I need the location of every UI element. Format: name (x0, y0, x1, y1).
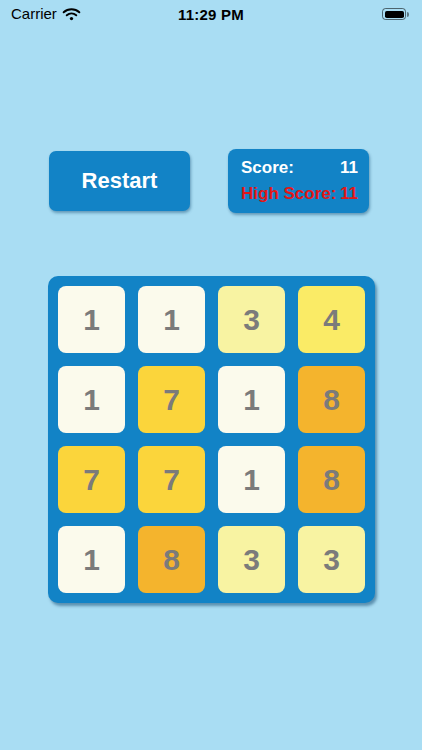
game-board[interactable]: 1134171877181833 (48, 276, 375, 603)
score-label: Score: (241, 158, 294, 178)
tile-1: 1 (58, 526, 125, 593)
tile-8: 8 (138, 526, 205, 593)
status-bar: Carrier 11:29 PM (0, 0, 422, 30)
tile-1: 1 (58, 286, 125, 353)
battery-fill (385, 11, 404, 18)
tile-7: 7 (138, 366, 205, 433)
tile-3: 3 (218, 526, 285, 593)
score-row: Score: 11 (241, 158, 358, 178)
tile-7: 7 (138, 446, 205, 513)
high-score-label: High Score: (241, 184, 336, 204)
status-time: 11:29 PM (0, 6, 422, 23)
battery-icon (382, 8, 406, 20)
tile-1: 1 (218, 446, 285, 513)
tile-8: 8 (298, 446, 365, 513)
tile-1: 1 (218, 366, 285, 433)
status-right (382, 8, 406, 20)
score-panel: Score: 11 High Score: 11 (228, 149, 369, 213)
high-score-value: 11 (340, 184, 358, 204)
tile-3: 3 (218, 286, 285, 353)
tile-1: 1 (58, 366, 125, 433)
tile-1: 1 (138, 286, 205, 353)
restart-button[interactable]: Restart (49, 151, 190, 211)
app-screen: Carrier 11:29 PM Restart Score: 11 High … (0, 0, 422, 750)
tile-4: 4 (298, 286, 365, 353)
tile-8: 8 (298, 366, 365, 433)
tile-7: 7 (58, 446, 125, 513)
tile-3: 3 (298, 526, 365, 593)
battery-nub (407, 12, 409, 17)
high-score-row: High Score: 11 (241, 184, 358, 204)
score-value: 11 (340, 158, 358, 178)
